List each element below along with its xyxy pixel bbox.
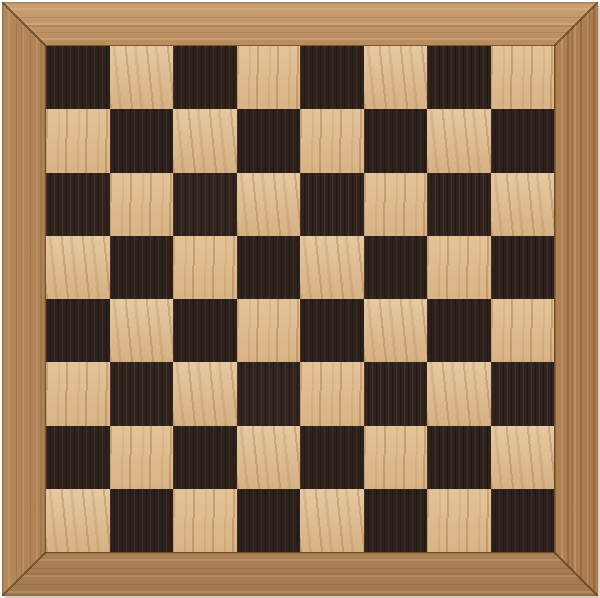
square-f2[interactable]	[364, 426, 428, 489]
square-b7[interactable]	[110, 109, 174, 172]
square-g5[interactable]	[427, 236, 491, 299]
square-d8[interactable]	[237, 46, 301, 109]
square-d2[interactable]	[237, 426, 301, 489]
square-h3[interactable]	[491, 362, 555, 425]
square-c3[interactable]	[173, 362, 237, 425]
board-frame-bottom	[2, 552, 598, 596]
square-b3[interactable]	[110, 362, 174, 425]
square-e3[interactable]	[300, 362, 364, 425]
square-e5[interactable]	[300, 236, 364, 299]
board-frame-left	[2, 2, 46, 596]
square-a2[interactable]	[46, 426, 110, 489]
square-g7[interactable]	[427, 109, 491, 172]
square-b6[interactable]	[110, 173, 174, 236]
square-h8[interactable]	[491, 46, 555, 109]
square-d7[interactable]	[237, 109, 301, 172]
square-h5[interactable]	[491, 236, 555, 299]
square-h1[interactable]	[491, 489, 555, 552]
square-e8[interactable]	[300, 46, 364, 109]
square-a3[interactable]	[46, 362, 110, 425]
square-c7[interactable]	[173, 109, 237, 172]
square-g2[interactable]	[427, 426, 491, 489]
square-a8[interactable]	[46, 46, 110, 109]
square-a1[interactable]	[46, 489, 110, 552]
square-f8[interactable]	[364, 46, 428, 109]
square-e1[interactable]	[300, 489, 364, 552]
board-frame-top	[2, 2, 598, 46]
square-a4[interactable]	[46, 299, 110, 362]
square-f7[interactable]	[364, 109, 428, 172]
square-f6[interactable]	[364, 173, 428, 236]
board-frame-right	[554, 2, 598, 596]
square-g8[interactable]	[427, 46, 491, 109]
square-g3[interactable]	[427, 362, 491, 425]
square-b1[interactable]	[110, 489, 174, 552]
square-f3[interactable]	[364, 362, 428, 425]
square-b4[interactable]	[110, 299, 174, 362]
square-e2[interactable]	[300, 426, 364, 489]
square-e6[interactable]	[300, 173, 364, 236]
square-d5[interactable]	[237, 236, 301, 299]
square-f1[interactable]	[364, 489, 428, 552]
square-b2[interactable]	[110, 426, 174, 489]
square-a6[interactable]	[46, 173, 110, 236]
square-c6[interactable]	[173, 173, 237, 236]
square-c5[interactable]	[173, 236, 237, 299]
square-h2[interactable]	[491, 426, 555, 489]
square-f5[interactable]	[364, 236, 428, 299]
square-c4[interactable]	[173, 299, 237, 362]
square-g4[interactable]	[427, 299, 491, 362]
square-d4[interactable]	[237, 299, 301, 362]
square-f4[interactable]	[364, 299, 428, 362]
square-h7[interactable]	[491, 109, 555, 172]
square-a7[interactable]	[46, 109, 110, 172]
square-h6[interactable]	[491, 173, 555, 236]
square-d6[interactable]	[237, 173, 301, 236]
square-g1[interactable]	[427, 489, 491, 552]
square-h4[interactable]	[491, 299, 555, 362]
square-d1[interactable]	[237, 489, 301, 552]
square-e7[interactable]	[300, 109, 364, 172]
square-e4[interactable]	[300, 299, 364, 362]
board-photo	[0, 0, 600, 598]
square-g6[interactable]	[427, 173, 491, 236]
square-b8[interactable]	[110, 46, 174, 109]
square-b5[interactable]	[110, 236, 174, 299]
square-c1[interactable]	[173, 489, 237, 552]
square-a5[interactable]	[46, 236, 110, 299]
square-d3[interactable]	[237, 362, 301, 425]
chess-board	[2, 2, 598, 596]
playing-area	[46, 46, 554, 552]
square-c2[interactable]	[173, 426, 237, 489]
square-c8[interactable]	[173, 46, 237, 109]
